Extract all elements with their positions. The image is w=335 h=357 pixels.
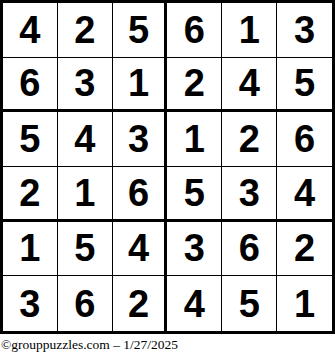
sudoku-cell-r4c1: 2 xyxy=(3,167,58,222)
copyright-credit: ©grouppuzzles.com – 1/27/2025 xyxy=(1,337,178,353)
sudoku-cell-r3c3: 3 xyxy=(113,112,168,167)
sudoku-cell-r5c5: 6 xyxy=(222,222,277,277)
sudoku-cell-r2c4: 2 xyxy=(167,58,222,113)
sudoku-cell-r2c6: 5 xyxy=(277,58,332,113)
sudoku-cell-r4c3: 6 xyxy=(113,167,168,222)
sudoku-cell-r5c4: 3 xyxy=(167,222,222,277)
sudoku-cell-r6c5: 5 xyxy=(222,276,277,331)
sudoku-cell-r5c6: 2 xyxy=(277,222,332,277)
sudoku-cell-r1c5: 1 xyxy=(222,3,277,58)
sudoku-cell-r5c1: 1 xyxy=(3,222,58,277)
sudoku-cell-r4c4: 5 xyxy=(167,167,222,222)
sudoku-cell-r3c2: 4 xyxy=(58,112,113,167)
sudoku-cell-r4c2: 1 xyxy=(58,167,113,222)
sudoku-cell-r4c6: 4 xyxy=(277,167,332,222)
sudoku-cell-r5c3: 4 xyxy=(113,222,168,277)
sudoku-cell-r3c4: 1 xyxy=(167,112,222,167)
sudoku-cell-r2c3: 1 xyxy=(113,58,168,113)
sudoku-cell-r2c2: 3 xyxy=(58,58,113,113)
sudoku-cell-r3c6: 6 xyxy=(277,112,332,167)
sudoku-cell-r2c5: 4 xyxy=(222,58,277,113)
sudoku-cell-r3c5: 2 xyxy=(222,112,277,167)
sudoku-cell-r6c3: 2 xyxy=(113,276,168,331)
sudoku-cell-r5c2: 5 xyxy=(58,222,113,277)
sudoku-cell-r1c2: 2 xyxy=(58,3,113,58)
sudoku-cell-r6c4: 4 xyxy=(167,276,222,331)
sudoku-cell-r1c1: 4 xyxy=(3,3,58,58)
sudoku-cell-r1c4: 6 xyxy=(167,3,222,58)
sudoku-board: 425613631245543126216534154362362451 xyxy=(0,0,335,334)
sudoku-cell-r2c1: 6 xyxy=(3,58,58,113)
sudoku-cell-r1c6: 3 xyxy=(277,3,332,58)
sudoku-cell-r4c5: 3 xyxy=(222,167,277,222)
sudoku-cell-r1c3: 5 xyxy=(113,3,168,58)
sudoku-cell-r6c2: 6 xyxy=(58,276,113,331)
sudoku-cell-r6c6: 1 xyxy=(277,276,332,331)
sudoku-cell-r3c1: 5 xyxy=(3,112,58,167)
sudoku-cell-r6c1: 3 xyxy=(3,276,58,331)
